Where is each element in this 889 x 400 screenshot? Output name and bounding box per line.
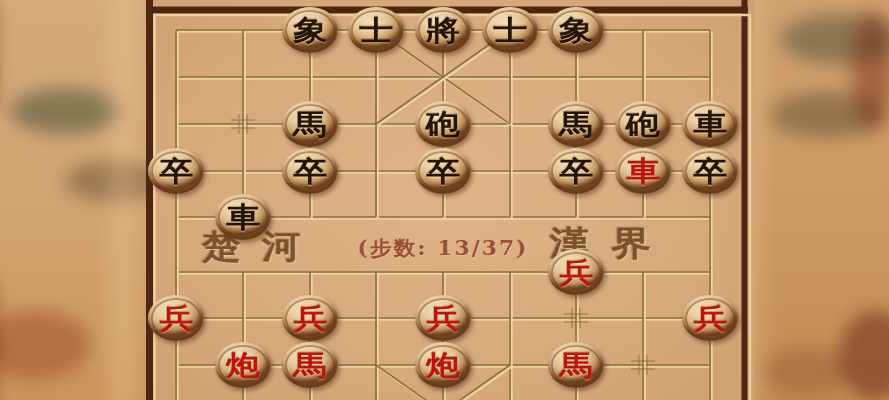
piece-black-soldier[interactable]: 卒	[148, 148, 204, 194]
piece-glyph: 卒	[276, 148, 344, 194]
piece-black-chariot[interactable]: 車	[215, 194, 271, 240]
piece-black-cannon[interactable]: 砲	[415, 101, 471, 147]
piece-red-horse[interactable]: 馬	[548, 342, 604, 388]
piece-glyph: 馬	[542, 101, 610, 147]
piece-red-cannon[interactable]: 炮	[415, 342, 471, 388]
piece-glyph: 兵	[676, 295, 744, 341]
piece-black-horse[interactable]: 馬	[282, 101, 338, 147]
piece-black-elephant[interactable]: 象	[282, 7, 338, 53]
piece-glyph: 兵	[142, 295, 210, 341]
piece-glyph: 卒	[142, 148, 210, 194]
piece-red-chariot[interactable]: 車	[615, 148, 671, 194]
piece-black-soldier[interactable]: 卒	[548, 148, 604, 194]
piece-glyph: 兵	[276, 295, 344, 341]
xiangqi-game-screen: 楚河 漢界 (步数: 13/37) 象士將士象馬砲馬砲車卒卒卒卒車卒車兵兵兵兵兵…	[0, 0, 889, 400]
piece-glyph: 士	[342, 7, 410, 53]
piece-black-general[interactable]: 將	[415, 7, 471, 53]
piece-red-cannon[interactable]: 炮	[215, 342, 271, 388]
piece-black-cannon[interactable]: 砲	[615, 101, 671, 147]
piece-black-soldier[interactable]: 卒	[682, 148, 738, 194]
piece-glyph: 車	[609, 148, 677, 194]
piece-glyph: 炮	[209, 342, 277, 388]
piece-black-chariot[interactable]: 車	[682, 101, 738, 147]
piece-glyph: 象	[542, 7, 610, 53]
piece-black-soldier[interactable]: 卒	[415, 148, 471, 194]
piece-red-soldier[interactable]: 兵	[548, 249, 604, 295]
piece-glyph: 士	[476, 7, 544, 53]
piece-black-elephant[interactable]: 象	[548, 7, 604, 53]
piece-red-soldier[interactable]: 兵	[148, 295, 204, 341]
piece-glyph: 將	[409, 7, 477, 53]
piece-red-soldier[interactable]: 兵	[415, 295, 471, 341]
piece-glyph: 馬	[276, 342, 344, 388]
piece-glyph: 砲	[609, 101, 677, 147]
piece-red-horse[interactable]: 馬	[282, 342, 338, 388]
piece-glyph: 馬	[542, 342, 610, 388]
piece-black-horse[interactable]: 馬	[548, 101, 604, 147]
piece-glyph: 象	[276, 7, 344, 53]
piece-glyph: 卒	[409, 148, 477, 194]
piece-glyph: 炮	[409, 342, 477, 388]
piece-black-advisor[interactable]: 士	[482, 7, 538, 53]
piece-glyph: 車	[209, 194, 277, 240]
piece-glyph: 砲	[409, 101, 477, 147]
pieces-layer: 象士將士象馬砲馬砲車卒卒卒卒車卒車兵兵兵兵兵炮馬炮馬	[0, 0, 889, 400]
piece-glyph: 兵	[542, 249, 610, 295]
piece-glyph: 卒	[542, 148, 610, 194]
piece-red-soldier[interactable]: 兵	[682, 295, 738, 341]
piece-black-soldier[interactable]: 卒	[282, 148, 338, 194]
piece-red-soldier[interactable]: 兵	[282, 295, 338, 341]
piece-glyph: 馬	[276, 101, 344, 147]
piece-glyph: 卒	[676, 148, 744, 194]
piece-glyph: 兵	[409, 295, 477, 341]
piece-black-advisor[interactable]: 士	[348, 7, 404, 53]
piece-glyph: 車	[676, 101, 744, 147]
